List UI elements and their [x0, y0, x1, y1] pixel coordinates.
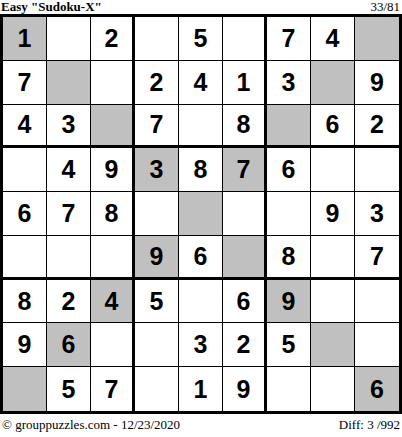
cell-r9c8[interactable] [311, 367, 355, 411]
cell-r7c8[interactable] [311, 280, 355, 324]
cell-r6c2[interactable] [47, 236, 91, 280]
copyright-label: © grouppuzzles.com - 12/23/2020 [2, 418, 180, 432]
cell-r5c3[interactable]: 8 [91, 192, 135, 236]
cell-r8c2[interactable]: 6 [47, 323, 91, 367]
cell-r2c4[interactable]: 2 [135, 61, 179, 105]
cell-r2c7[interactable]: 3 [267, 61, 311, 105]
cell-r1c7[interactable]: 7 [267, 17, 311, 61]
cell-r7c3[interactable]: 4 [91, 280, 135, 324]
cell-r5c5[interactable] [179, 192, 223, 236]
cell-r5c1[interactable]: 6 [3, 192, 47, 236]
cell-r3c4[interactable]: 7 [135, 105, 179, 149]
cell-r4c2[interactable]: 4 [47, 148, 91, 192]
cell-r2c3[interactable] [91, 61, 135, 105]
cell-r2c9[interactable]: 9 [355, 61, 399, 105]
cell-r6c6[interactable] [223, 236, 267, 280]
cell-r7c5[interactable] [179, 280, 223, 324]
cell-r8c1[interactable]: 9 [3, 323, 47, 367]
cell-r7c7[interactable]: 9 [267, 280, 311, 324]
cell-r8c8[interactable] [311, 323, 355, 367]
progress-counter: 33/81 [370, 0, 400, 13]
cell-r4c9[interactable] [355, 148, 399, 192]
cell-r9c3[interactable]: 7 [91, 367, 135, 411]
cell-r8c5[interactable]: 3 [179, 323, 223, 367]
cell-r4c1[interactable] [3, 148, 47, 192]
cell-r7c2[interactable]: 2 [47, 280, 91, 324]
cell-r3c7[interactable] [267, 105, 311, 149]
cell-r9c2[interactable]: 5 [47, 367, 91, 411]
cell-r7c4[interactable]: 5 [135, 280, 179, 324]
cell-r1c9[interactable] [355, 17, 399, 61]
cell-r6c1[interactable] [3, 236, 47, 280]
cell-r1c2[interactable] [47, 17, 91, 61]
cell-r3c5[interactable] [179, 105, 223, 149]
cell-r3c2[interactable]: 3 [47, 105, 91, 149]
cell-r5c6[interactable] [223, 192, 267, 236]
puzzle-title: Easy "Sudoku-X" [1, 0, 102, 13]
cell-r2c5[interactable]: 4 [179, 61, 223, 105]
cell-r3c6[interactable]: 8 [223, 105, 267, 149]
cell-r2c6[interactable]: 1 [223, 61, 267, 105]
cell-r3c9[interactable]: 2 [355, 105, 399, 149]
cell-r2c2[interactable] [47, 61, 91, 105]
cell-r5c7[interactable] [267, 192, 311, 236]
cell-r8c3[interactable] [91, 323, 135, 367]
cell-r9c9[interactable]: 6 [355, 367, 399, 411]
cell-r8c9[interactable] [355, 323, 399, 367]
cell-r4c8[interactable] [311, 148, 355, 192]
cell-r1c4[interactable] [135, 17, 179, 61]
cell-r6c4[interactable]: 9 [135, 236, 179, 280]
cell-r7c1[interactable]: 8 [3, 280, 47, 324]
cell-r6c3[interactable] [91, 236, 135, 280]
cell-r5c8[interactable]: 9 [311, 192, 355, 236]
cell-r3c1[interactable]: 4 [3, 105, 47, 149]
sudoku-board: 1257472413943786249387667893968782456996… [0, 14, 402, 414]
cell-r9c5[interactable]: 1 [179, 367, 223, 411]
cell-r7c9[interactable] [355, 280, 399, 324]
page-footer: © grouppuzzles.com - 12/23/2020 Diff: 3 … [0, 414, 402, 432]
difficulty-label: Diff: 3 /992 [339, 418, 400, 432]
cell-r4c7[interactable]: 6 [267, 148, 311, 192]
cell-r4c6[interactable]: 7 [223, 148, 267, 192]
cell-r2c8[interactable] [311, 61, 355, 105]
cell-r6c5[interactable]: 6 [179, 236, 223, 280]
cell-r8c4[interactable] [135, 323, 179, 367]
cell-r9c1[interactable] [3, 367, 47, 411]
cell-r7c6[interactable]: 6 [223, 280, 267, 324]
cell-r6c9[interactable]: 7 [355, 236, 399, 280]
cell-r8c6[interactable]: 2 [223, 323, 267, 367]
cell-r5c4[interactable] [135, 192, 179, 236]
cell-r1c5[interactable]: 5 [179, 17, 223, 61]
cell-r6c8[interactable] [311, 236, 355, 280]
cell-r3c8[interactable]: 6 [311, 105, 355, 149]
cell-r9c4[interactable] [135, 367, 179, 411]
cell-r1c1[interactable]: 1 [3, 17, 47, 61]
cell-r2c1[interactable]: 7 [3, 61, 47, 105]
cell-r9c7[interactable] [267, 367, 311, 411]
cell-r5c2[interactable]: 7 [47, 192, 91, 236]
cell-r1c8[interactable]: 4 [311, 17, 355, 61]
cell-r1c6[interactable] [223, 17, 267, 61]
cell-r9c6[interactable]: 9 [223, 367, 267, 411]
cell-r4c4[interactable]: 3 [135, 148, 179, 192]
page-header: Easy "Sudoku-X" 33/81 [0, 0, 402, 14]
cell-r4c5[interactable]: 8 [179, 148, 223, 192]
cell-r3c3[interactable] [91, 105, 135, 149]
cell-r1c3[interactable]: 2 [91, 17, 135, 61]
cell-r5c9[interactable]: 3 [355, 192, 399, 236]
cell-r6c7[interactable]: 8 [267, 236, 311, 280]
cell-r8c7[interactable]: 5 [267, 323, 311, 367]
cell-r4c3[interactable]: 9 [91, 148, 135, 192]
